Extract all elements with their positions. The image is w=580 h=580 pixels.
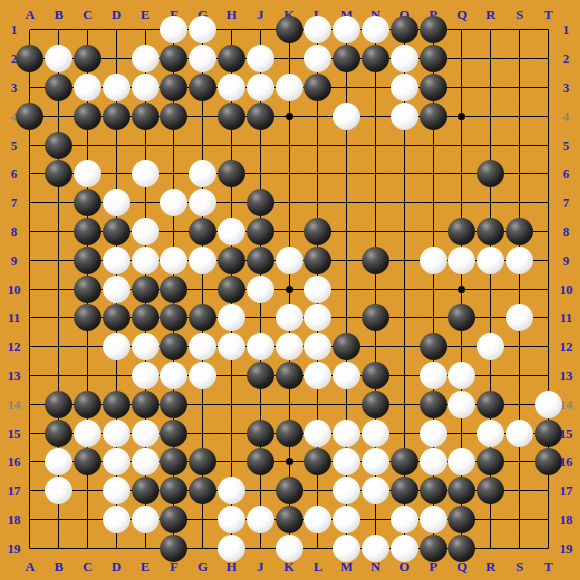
intersection-H16[interactable] xyxy=(217,448,246,477)
intersection-E5[interactable] xyxy=(131,131,160,160)
intersection-A16[interactable] xyxy=(16,448,45,477)
intersection-D9[interactable] xyxy=(102,246,131,275)
intersection-P4[interactable] xyxy=(419,102,448,131)
intersection-Q2[interactable] xyxy=(448,44,477,73)
intersection-G7[interactable] xyxy=(188,188,217,217)
intersection-L1[interactable] xyxy=(304,16,333,45)
intersection-P16[interactable] xyxy=(419,448,448,477)
intersection-D12[interactable] xyxy=(102,332,131,361)
intersection-M9[interactable] xyxy=(332,246,361,275)
intersection-R9[interactable] xyxy=(476,246,505,275)
intersection-O13[interactable] xyxy=(390,361,419,390)
intersection-D5[interactable] xyxy=(102,131,131,160)
intersection-K15[interactable] xyxy=(275,419,304,448)
intersection-M6[interactable] xyxy=(332,160,361,189)
intersection-R2[interactable] xyxy=(476,44,505,73)
intersection-C17[interactable] xyxy=(73,476,102,505)
intersection-L2[interactable] xyxy=(304,44,333,73)
intersection-S5[interactable] xyxy=(505,131,534,160)
intersection-P17[interactable] xyxy=(419,476,448,505)
intersection-K11[interactable] xyxy=(275,304,304,333)
intersection-T5[interactable] xyxy=(534,131,563,160)
intersection-C3[interactable] xyxy=(73,73,102,102)
intersection-G10[interactable] xyxy=(188,275,217,304)
intersection-M1[interactable] xyxy=(332,16,361,45)
intersection-A1[interactable] xyxy=(16,16,45,45)
intersection-R11[interactable] xyxy=(476,304,505,333)
intersection-P19[interactable] xyxy=(419,534,448,563)
intersection-L9[interactable] xyxy=(304,246,333,275)
intersection-R18[interactable] xyxy=(476,505,505,534)
intersection-H2[interactable] xyxy=(217,44,246,73)
intersection-O11[interactable] xyxy=(390,304,419,333)
intersection-J11[interactable] xyxy=(246,304,275,333)
intersection-R8[interactable] xyxy=(476,217,505,246)
intersection-H10[interactable] xyxy=(217,275,246,304)
intersection-T10[interactable] xyxy=(534,275,563,304)
intersection-R3[interactable] xyxy=(476,73,505,102)
intersection-Q12[interactable] xyxy=(448,332,477,361)
intersection-J14[interactable] xyxy=(246,390,275,419)
intersection-G18[interactable] xyxy=(188,505,217,534)
intersection-C13[interactable] xyxy=(73,361,102,390)
intersection-A12[interactable] xyxy=(16,332,45,361)
intersection-C7[interactable] xyxy=(73,188,102,217)
intersection-S2[interactable] xyxy=(505,44,534,73)
intersection-E11[interactable] xyxy=(131,304,160,333)
intersection-J7[interactable] xyxy=(246,188,275,217)
intersection-C11[interactable] xyxy=(73,304,102,333)
intersection-O18[interactable] xyxy=(390,505,419,534)
intersection-E3[interactable] xyxy=(131,73,160,102)
intersection-B14[interactable] xyxy=(44,390,73,419)
intersection-J13[interactable] xyxy=(246,361,275,390)
intersection-Q15[interactable] xyxy=(448,419,477,448)
intersection-L14[interactable] xyxy=(304,390,333,419)
intersection-N19[interactable] xyxy=(361,534,390,563)
intersection-E15[interactable] xyxy=(131,419,160,448)
intersection-H19[interactable] xyxy=(217,534,246,563)
intersection-E2[interactable] xyxy=(131,44,160,73)
intersection-G5[interactable] xyxy=(188,131,217,160)
intersection-T4[interactable] xyxy=(534,102,563,131)
intersection-J8[interactable] xyxy=(246,217,275,246)
intersection-H3[interactable] xyxy=(217,73,246,102)
intersection-J15[interactable] xyxy=(246,419,275,448)
intersection-S17[interactable] xyxy=(505,476,534,505)
intersection-R7[interactable] xyxy=(476,188,505,217)
intersection-E1[interactable] xyxy=(131,16,160,45)
intersection-O10[interactable] xyxy=(390,275,419,304)
intersection-S11[interactable] xyxy=(505,304,534,333)
intersection-E16[interactable] xyxy=(131,448,160,477)
intersection-R5[interactable] xyxy=(476,131,505,160)
intersection-T16[interactable] xyxy=(534,448,563,477)
intersection-C15[interactable] xyxy=(73,419,102,448)
intersection-G3[interactable] xyxy=(188,73,217,102)
intersection-F18[interactable] xyxy=(160,505,189,534)
intersection-H1[interactable] xyxy=(217,16,246,45)
intersection-E13[interactable] xyxy=(131,361,160,390)
intersection-J5[interactable] xyxy=(246,131,275,160)
intersection-N1[interactable] xyxy=(361,16,390,45)
intersection-T3[interactable] xyxy=(534,73,563,102)
intersection-O1[interactable] xyxy=(390,16,419,45)
intersection-H4[interactable] xyxy=(217,102,246,131)
intersection-O5[interactable] xyxy=(390,131,419,160)
intersection-C4[interactable] xyxy=(73,102,102,131)
intersection-N8[interactable] xyxy=(361,217,390,246)
intersection-J1[interactable] xyxy=(246,16,275,45)
intersection-F10[interactable] xyxy=(160,275,189,304)
intersection-B13[interactable] xyxy=(44,361,73,390)
intersection-P3[interactable] xyxy=(419,73,448,102)
intersection-P7[interactable] xyxy=(419,188,448,217)
intersection-E17[interactable] xyxy=(131,476,160,505)
intersection-N16[interactable] xyxy=(361,448,390,477)
intersection-F2[interactable] xyxy=(160,44,189,73)
intersection-F3[interactable] xyxy=(160,73,189,102)
intersection-G8[interactable] xyxy=(188,217,217,246)
intersection-T19[interactable] xyxy=(534,534,563,563)
intersection-G14[interactable] xyxy=(188,390,217,419)
intersection-F19[interactable] xyxy=(160,534,189,563)
intersection-M10[interactable] xyxy=(332,275,361,304)
intersection-K7[interactable] xyxy=(275,188,304,217)
intersection-G12[interactable] xyxy=(188,332,217,361)
intersection-G2[interactable] xyxy=(188,44,217,73)
intersection-L17[interactable] xyxy=(304,476,333,505)
intersection-M19[interactable] xyxy=(332,534,361,563)
intersection-D6[interactable] xyxy=(102,160,131,189)
intersection-J16[interactable] xyxy=(246,448,275,477)
intersection-P15[interactable] xyxy=(419,419,448,448)
intersection-E9[interactable] xyxy=(131,246,160,275)
intersection-D13[interactable] xyxy=(102,361,131,390)
intersection-O8[interactable] xyxy=(390,217,419,246)
intersection-B2[interactable] xyxy=(44,44,73,73)
intersection-P13[interactable] xyxy=(419,361,448,390)
intersection-B7[interactable] xyxy=(44,188,73,217)
intersection-A11[interactable] xyxy=(16,304,45,333)
intersection-N17[interactable] xyxy=(361,476,390,505)
intersection-D4[interactable] xyxy=(102,102,131,131)
intersection-N11[interactable] xyxy=(361,304,390,333)
intersection-C18[interactable] xyxy=(73,505,102,534)
intersection-Q1[interactable] xyxy=(448,16,477,45)
intersection-R1[interactable] xyxy=(476,16,505,45)
intersection-B11[interactable] xyxy=(44,304,73,333)
intersection-J12[interactable] xyxy=(246,332,275,361)
intersection-M16[interactable] xyxy=(332,448,361,477)
intersection-J9[interactable] xyxy=(246,246,275,275)
intersection-O15[interactable] xyxy=(390,419,419,448)
intersection-K3[interactable] xyxy=(275,73,304,102)
intersection-B3[interactable] xyxy=(44,73,73,102)
intersection-O2[interactable] xyxy=(390,44,419,73)
intersection-O3[interactable] xyxy=(390,73,419,102)
intersection-T6[interactable] xyxy=(534,160,563,189)
intersection-R16[interactable] xyxy=(476,448,505,477)
intersection-R19[interactable] xyxy=(476,534,505,563)
intersection-Q17[interactable] xyxy=(448,476,477,505)
intersection-K9[interactable] xyxy=(275,246,304,275)
intersection-Q5[interactable] xyxy=(448,131,477,160)
intersection-K8[interactable] xyxy=(275,217,304,246)
intersection-D7[interactable] xyxy=(102,188,131,217)
intersection-P2[interactable] xyxy=(419,44,448,73)
intersection-A2[interactable] xyxy=(16,44,45,73)
intersection-F7[interactable] xyxy=(160,188,189,217)
intersection-K13[interactable] xyxy=(275,361,304,390)
intersection-T12[interactable] xyxy=(534,332,563,361)
intersection-N7[interactable] xyxy=(361,188,390,217)
intersection-H5[interactable] xyxy=(217,131,246,160)
intersection-C16[interactable] xyxy=(73,448,102,477)
intersection-M14[interactable] xyxy=(332,390,361,419)
intersection-G9[interactable] xyxy=(188,246,217,275)
intersection-M15[interactable] xyxy=(332,419,361,448)
intersection-A4[interactable] xyxy=(16,102,45,131)
intersection-D11[interactable] xyxy=(102,304,131,333)
intersection-G11[interactable] xyxy=(188,304,217,333)
intersection-M13[interactable] xyxy=(332,361,361,390)
intersection-R14[interactable] xyxy=(476,390,505,419)
intersection-P10[interactable] xyxy=(419,275,448,304)
intersection-T14[interactable] xyxy=(534,390,563,419)
intersection-G4[interactable] xyxy=(188,102,217,131)
intersection-E12[interactable] xyxy=(131,332,160,361)
intersection-M4[interactable] xyxy=(332,102,361,131)
intersection-L3[interactable] xyxy=(304,73,333,102)
intersection-N15[interactable] xyxy=(361,419,390,448)
intersection-C14[interactable] xyxy=(73,390,102,419)
intersection-O14[interactable] xyxy=(390,390,419,419)
intersection-F17[interactable] xyxy=(160,476,189,505)
intersection-E4[interactable] xyxy=(131,102,160,131)
intersection-G6[interactable] xyxy=(188,160,217,189)
intersection-S6[interactable] xyxy=(505,160,534,189)
intersection-K12[interactable] xyxy=(275,332,304,361)
intersection-O7[interactable] xyxy=(390,188,419,217)
intersection-N14[interactable] xyxy=(361,390,390,419)
intersection-N12[interactable] xyxy=(361,332,390,361)
intersection-K1[interactable] xyxy=(275,16,304,45)
intersection-F8[interactable] xyxy=(160,217,189,246)
intersection-K17[interactable] xyxy=(275,476,304,505)
intersection-P18[interactable] xyxy=(419,505,448,534)
intersection-K2[interactable] xyxy=(275,44,304,73)
intersection-B6[interactable] xyxy=(44,160,73,189)
intersection-J19[interactable] xyxy=(246,534,275,563)
intersection-T17[interactable] xyxy=(534,476,563,505)
intersection-M17[interactable] xyxy=(332,476,361,505)
intersection-L15[interactable] xyxy=(304,419,333,448)
intersection-K14[interactable] xyxy=(275,390,304,419)
intersection-T13[interactable] xyxy=(534,361,563,390)
intersection-C6[interactable] xyxy=(73,160,102,189)
intersection-B12[interactable] xyxy=(44,332,73,361)
intersection-L10[interactable] xyxy=(304,275,333,304)
intersection-S7[interactable] xyxy=(505,188,534,217)
intersection-H9[interactable] xyxy=(217,246,246,275)
intersection-M7[interactable] xyxy=(332,188,361,217)
intersection-A19[interactable] xyxy=(16,534,45,563)
intersection-C9[interactable] xyxy=(73,246,102,275)
intersection-Q6[interactable] xyxy=(448,160,477,189)
intersection-S14[interactable] xyxy=(505,390,534,419)
intersection-P9[interactable] xyxy=(419,246,448,275)
intersection-B16[interactable] xyxy=(44,448,73,477)
intersection-A13[interactable] xyxy=(16,361,45,390)
intersection-H13[interactable] xyxy=(217,361,246,390)
intersection-A14[interactable] xyxy=(16,390,45,419)
intersection-H7[interactable] xyxy=(217,188,246,217)
intersection-M5[interactable] xyxy=(332,131,361,160)
intersection-K18[interactable] xyxy=(275,505,304,534)
intersection-E10[interactable] xyxy=(131,275,160,304)
intersection-D1[interactable] xyxy=(102,16,131,45)
intersection-P14[interactable] xyxy=(419,390,448,419)
intersection-A9[interactable] xyxy=(16,246,45,275)
intersection-Q19[interactable] xyxy=(448,534,477,563)
intersection-S4[interactable] xyxy=(505,102,534,131)
intersection-G16[interactable] xyxy=(188,448,217,477)
intersection-R12[interactable] xyxy=(476,332,505,361)
intersection-L4[interactable] xyxy=(304,102,333,131)
intersection-D10[interactable] xyxy=(102,275,131,304)
intersection-T9[interactable] xyxy=(534,246,563,275)
intersection-M18[interactable] xyxy=(332,505,361,534)
intersection-L16[interactable] xyxy=(304,448,333,477)
intersection-K19[interactable] xyxy=(275,534,304,563)
intersection-C19[interactable] xyxy=(73,534,102,563)
intersection-A15[interactable] xyxy=(16,419,45,448)
intersection-S15[interactable] xyxy=(505,419,534,448)
intersection-C12[interactable] xyxy=(73,332,102,361)
intersection-P1[interactable] xyxy=(419,16,448,45)
intersection-S19[interactable] xyxy=(505,534,534,563)
intersection-C2[interactable] xyxy=(73,44,102,73)
intersection-K6[interactable] xyxy=(275,160,304,189)
intersection-Q10[interactable] xyxy=(448,275,477,304)
intersection-B9[interactable] xyxy=(44,246,73,275)
intersection-J18[interactable] xyxy=(246,505,275,534)
intersection-M8[interactable] xyxy=(332,217,361,246)
intersection-H18[interactable] xyxy=(217,505,246,534)
intersection-P12[interactable] xyxy=(419,332,448,361)
intersection-K10[interactable] xyxy=(275,275,304,304)
intersection-F9[interactable] xyxy=(160,246,189,275)
intersection-F12[interactable] xyxy=(160,332,189,361)
intersection-G1[interactable] xyxy=(188,16,217,45)
intersection-D19[interactable] xyxy=(102,534,131,563)
intersection-R17[interactable] xyxy=(476,476,505,505)
intersection-E8[interactable] xyxy=(131,217,160,246)
intersection-K5[interactable] xyxy=(275,131,304,160)
intersection-D15[interactable] xyxy=(102,419,131,448)
intersection-M12[interactable] xyxy=(332,332,361,361)
intersection-S12[interactable] xyxy=(505,332,534,361)
intersection-Q4[interactable] xyxy=(448,102,477,131)
intersection-J10[interactable] xyxy=(246,275,275,304)
intersection-L18[interactable] xyxy=(304,505,333,534)
intersection-R4[interactable] xyxy=(476,102,505,131)
intersection-J4[interactable] xyxy=(246,102,275,131)
intersection-Q8[interactable] xyxy=(448,217,477,246)
intersection-F4[interactable] xyxy=(160,102,189,131)
intersection-N5[interactable] xyxy=(361,131,390,160)
intersection-O9[interactable] xyxy=(390,246,419,275)
intersection-A10[interactable] xyxy=(16,275,45,304)
intersection-B4[interactable] xyxy=(44,102,73,131)
intersection-S8[interactable] xyxy=(505,217,534,246)
intersection-F16[interactable] xyxy=(160,448,189,477)
intersection-Q7[interactable] xyxy=(448,188,477,217)
intersection-J3[interactable] xyxy=(246,73,275,102)
intersection-O12[interactable] xyxy=(390,332,419,361)
intersection-H14[interactable] xyxy=(217,390,246,419)
intersection-N2[interactable] xyxy=(361,44,390,73)
intersection-D17[interactable] xyxy=(102,476,131,505)
intersection-G17[interactable] xyxy=(188,476,217,505)
intersection-D14[interactable] xyxy=(102,390,131,419)
intersection-G19[interactable] xyxy=(188,534,217,563)
intersection-B15[interactable] xyxy=(44,419,73,448)
intersection-B8[interactable] xyxy=(44,217,73,246)
intersection-D8[interactable] xyxy=(102,217,131,246)
intersection-T2[interactable] xyxy=(534,44,563,73)
intersection-R6[interactable] xyxy=(476,160,505,189)
intersection-N4[interactable] xyxy=(361,102,390,131)
intersection-Q16[interactable] xyxy=(448,448,477,477)
intersection-S1[interactable] xyxy=(505,16,534,45)
intersection-R10[interactable] xyxy=(476,275,505,304)
intersection-S16[interactable] xyxy=(505,448,534,477)
intersection-Q3[interactable] xyxy=(448,73,477,102)
intersection-H6[interactable] xyxy=(217,160,246,189)
intersection-F1[interactable] xyxy=(160,16,189,45)
intersection-J6[interactable] xyxy=(246,160,275,189)
intersection-E18[interactable] xyxy=(131,505,160,534)
intersection-O17[interactable] xyxy=(390,476,419,505)
intersection-L11[interactable] xyxy=(304,304,333,333)
intersection-O19[interactable] xyxy=(390,534,419,563)
intersection-L19[interactable] xyxy=(304,534,333,563)
intersection-L8[interactable] xyxy=(304,217,333,246)
intersection-E7[interactable] xyxy=(131,188,160,217)
intersection-L7[interactable] xyxy=(304,188,333,217)
intersection-A18[interactable] xyxy=(16,505,45,534)
intersection-A8[interactable] xyxy=(16,217,45,246)
intersection-A6[interactable] xyxy=(16,160,45,189)
intersection-D18[interactable] xyxy=(102,505,131,534)
intersection-A17[interactable] xyxy=(16,476,45,505)
intersection-M2[interactable] xyxy=(332,44,361,73)
intersection-E14[interactable] xyxy=(131,390,160,419)
intersection-F14[interactable] xyxy=(160,390,189,419)
intersection-L12[interactable] xyxy=(304,332,333,361)
intersection-N18[interactable] xyxy=(361,505,390,534)
intersection-Q11[interactable] xyxy=(448,304,477,333)
intersection-B1[interactable] xyxy=(44,16,73,45)
intersection-H12[interactable] xyxy=(217,332,246,361)
intersection-F15[interactable] xyxy=(160,419,189,448)
intersection-F6[interactable] xyxy=(160,160,189,189)
intersection-S18[interactable] xyxy=(505,505,534,534)
intersection-F11[interactable] xyxy=(160,304,189,333)
intersection-T1[interactable] xyxy=(534,16,563,45)
